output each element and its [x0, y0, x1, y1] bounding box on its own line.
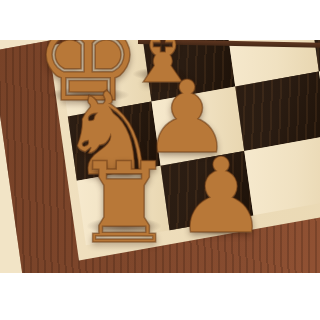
pawn-piece: ♟: [174, 144, 267, 248]
chess-product-photo: ♚♝♞♟♜♟: [0, 0, 320, 320]
rook-piece: ♜: [74, 147, 174, 259]
board-photo-strip: ♚♝♞♟♜♟: [0, 40, 320, 273]
